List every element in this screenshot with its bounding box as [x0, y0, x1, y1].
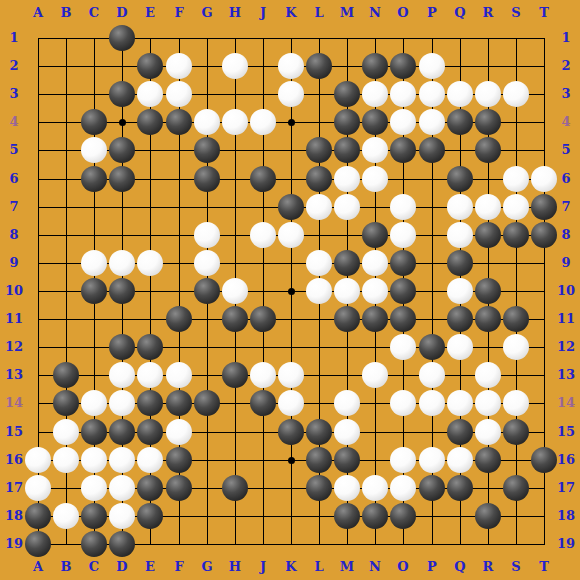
intersection-C15[interactable] [80, 418, 108, 446]
intersection-N9[interactable] [361, 249, 389, 277]
intersection-A2[interactable] [24, 52, 52, 80]
intersection-L6[interactable] [305, 165, 333, 193]
intersection-P15[interactable] [418, 418, 446, 446]
intersection-L2[interactable] [305, 52, 333, 80]
intersection-K4[interactable] [277, 108, 305, 136]
intersection-M18[interactable] [333, 502, 361, 530]
intersection-H11[interactable] [221, 305, 249, 333]
intersection-L19[interactable] [305, 530, 333, 558]
intersection-J18[interactable] [249, 502, 277, 530]
intersection-L8[interactable] [305, 221, 333, 249]
intersection-O14[interactable] [389, 389, 417, 417]
intersection-R7[interactable] [474, 193, 502, 221]
intersection-N1[interactable] [361, 24, 389, 52]
intersection-F15[interactable] [165, 418, 193, 446]
intersection-H8[interactable] [221, 221, 249, 249]
intersection-D5[interactable] [108, 136, 136, 164]
intersection-R4[interactable] [474, 108, 502, 136]
intersection-E11[interactable] [136, 305, 164, 333]
intersection-H12[interactable] [221, 333, 249, 361]
intersection-J7[interactable] [249, 193, 277, 221]
intersection-N12[interactable] [361, 333, 389, 361]
intersection-O4[interactable] [389, 108, 417, 136]
intersection-M9[interactable] [333, 249, 361, 277]
intersection-R13[interactable] [474, 361, 502, 389]
intersection-O13[interactable] [389, 361, 417, 389]
intersection-O8[interactable] [389, 221, 417, 249]
intersection-E7[interactable] [136, 193, 164, 221]
intersection-P9[interactable] [418, 249, 446, 277]
intersection-O1[interactable] [389, 24, 417, 52]
intersection-P3[interactable] [418, 80, 446, 108]
intersection-D4[interactable] [108, 108, 136, 136]
intersection-J2[interactable] [249, 52, 277, 80]
intersection-E12[interactable] [136, 333, 164, 361]
intersection-Q1[interactable] [446, 24, 474, 52]
intersection-B10[interactable] [52, 277, 80, 305]
intersection-P10[interactable] [418, 277, 446, 305]
intersection-G15[interactable] [193, 418, 221, 446]
intersection-G18[interactable] [193, 502, 221, 530]
intersection-H2[interactable] [221, 52, 249, 80]
intersection-R1[interactable] [474, 24, 502, 52]
intersection-F16[interactable] [165, 446, 193, 474]
intersection-F3[interactable] [165, 80, 193, 108]
intersection-O6[interactable] [389, 165, 417, 193]
intersection-F17[interactable] [165, 474, 193, 502]
intersection-L12[interactable] [305, 333, 333, 361]
intersection-Q3[interactable] [446, 80, 474, 108]
intersection-H16[interactable] [221, 446, 249, 474]
intersection-L7[interactable] [305, 193, 333, 221]
intersection-B14[interactable] [52, 389, 80, 417]
intersection-Q5[interactable] [446, 136, 474, 164]
intersection-S11[interactable] [502, 305, 530, 333]
intersection-M12[interactable] [333, 333, 361, 361]
intersection-A12[interactable] [24, 333, 52, 361]
intersection-D15[interactable] [108, 418, 136, 446]
intersection-C2[interactable] [80, 52, 108, 80]
intersection-G2[interactable] [193, 52, 221, 80]
intersection-A6[interactable] [24, 165, 52, 193]
intersection-P13[interactable] [418, 361, 446, 389]
intersection-O5[interactable] [389, 136, 417, 164]
intersection-B9[interactable] [52, 249, 80, 277]
intersection-E10[interactable] [136, 277, 164, 305]
intersection-S8[interactable] [502, 221, 530, 249]
intersection-A16[interactable] [24, 446, 52, 474]
intersection-O7[interactable] [389, 193, 417, 221]
intersection-E15[interactable] [136, 418, 164, 446]
intersection-Q17[interactable] [446, 474, 474, 502]
intersection-Q19[interactable] [446, 530, 474, 558]
intersection-O2[interactable] [389, 52, 417, 80]
intersection-C6[interactable] [80, 165, 108, 193]
intersection-S5[interactable] [502, 136, 530, 164]
intersection-F19[interactable] [165, 530, 193, 558]
intersection-F12[interactable] [165, 333, 193, 361]
intersection-K8[interactable] [277, 221, 305, 249]
intersection-C19[interactable] [80, 530, 108, 558]
intersection-G17[interactable] [193, 474, 221, 502]
intersection-H7[interactable] [221, 193, 249, 221]
intersection-D14[interactable] [108, 389, 136, 417]
intersection-R6[interactable] [474, 165, 502, 193]
intersection-C10[interactable] [80, 277, 108, 305]
intersection-N18[interactable] [361, 502, 389, 530]
intersection-S3[interactable] [502, 80, 530, 108]
intersection-A9[interactable] [24, 249, 52, 277]
intersection-O11[interactable] [389, 305, 417, 333]
intersection-J19[interactable] [249, 530, 277, 558]
intersection-P17[interactable] [418, 474, 446, 502]
intersection-N5[interactable] [361, 136, 389, 164]
intersection-K9[interactable] [277, 249, 305, 277]
intersection-A18[interactable] [24, 502, 52, 530]
intersection-Q10[interactable] [446, 277, 474, 305]
intersection-C4[interactable] [80, 108, 108, 136]
intersection-L9[interactable] [305, 249, 333, 277]
intersection-S6[interactable] [502, 165, 530, 193]
intersection-J14[interactable] [249, 389, 277, 417]
intersection-P12[interactable] [418, 333, 446, 361]
intersection-L15[interactable] [305, 418, 333, 446]
intersection-R19[interactable] [474, 530, 502, 558]
intersection-L17[interactable] [305, 474, 333, 502]
intersection-C17[interactable] [80, 474, 108, 502]
intersection-N15[interactable] [361, 418, 389, 446]
intersection-F4[interactable] [165, 108, 193, 136]
intersection-E5[interactable] [136, 136, 164, 164]
intersection-J9[interactable] [249, 249, 277, 277]
intersection-K17[interactable] [277, 474, 305, 502]
intersection-J13[interactable] [249, 361, 277, 389]
intersection-S12[interactable] [502, 333, 530, 361]
intersection-L10[interactable] [305, 277, 333, 305]
intersection-N6[interactable] [361, 165, 389, 193]
intersection-E1[interactable] [136, 24, 164, 52]
intersection-J6[interactable] [249, 165, 277, 193]
intersection-L16[interactable] [305, 446, 333, 474]
intersection-B4[interactable] [52, 108, 80, 136]
intersection-N7[interactable] [361, 193, 389, 221]
intersection-B18[interactable] [52, 502, 80, 530]
intersection-R9[interactable] [474, 249, 502, 277]
intersection-O16[interactable] [389, 446, 417, 474]
intersection-S14[interactable] [502, 389, 530, 417]
intersection-H13[interactable] [221, 361, 249, 389]
intersection-Q6[interactable] [446, 165, 474, 193]
intersection-E4[interactable] [136, 108, 164, 136]
intersection-C7[interactable] [80, 193, 108, 221]
intersection-L1[interactable] [305, 24, 333, 52]
intersection-R3[interactable] [474, 80, 502, 108]
intersection-G1[interactable] [193, 24, 221, 52]
intersection-R8[interactable] [474, 221, 502, 249]
intersection-D8[interactable] [108, 221, 136, 249]
intersection-J16[interactable] [249, 446, 277, 474]
intersection-E13[interactable] [136, 361, 164, 389]
intersection-Q16[interactable] [446, 446, 474, 474]
intersection-J8[interactable] [249, 221, 277, 249]
intersection-R16[interactable] [474, 446, 502, 474]
intersection-P6[interactable] [418, 165, 446, 193]
intersection-K13[interactable] [277, 361, 305, 389]
intersection-E14[interactable] [136, 389, 164, 417]
intersection-O18[interactable] [389, 502, 417, 530]
intersection-H3[interactable] [221, 80, 249, 108]
intersection-B17[interactable] [52, 474, 80, 502]
intersection-K18[interactable] [277, 502, 305, 530]
intersection-P5[interactable] [418, 136, 446, 164]
intersection-H5[interactable] [221, 136, 249, 164]
intersection-D11[interactable] [108, 305, 136, 333]
intersection-B6[interactable] [52, 165, 80, 193]
intersection-A1[interactable] [24, 24, 52, 52]
intersection-E16[interactable] [136, 446, 164, 474]
intersection-K11[interactable] [277, 305, 305, 333]
intersection-Q18[interactable] [446, 502, 474, 530]
intersection-Q8[interactable] [446, 221, 474, 249]
intersection-C3[interactable] [80, 80, 108, 108]
intersection-F11[interactable] [165, 305, 193, 333]
intersection-K16[interactable] [277, 446, 305, 474]
intersection-G8[interactable] [193, 221, 221, 249]
intersection-O9[interactable] [389, 249, 417, 277]
intersection-R11[interactable] [474, 305, 502, 333]
intersection-C8[interactable] [80, 221, 108, 249]
intersection-D3[interactable] [108, 80, 136, 108]
intersection-D10[interactable] [108, 277, 136, 305]
intersection-J12[interactable] [249, 333, 277, 361]
intersection-A11[interactable] [24, 305, 52, 333]
intersection-C13[interactable] [80, 361, 108, 389]
intersection-K10[interactable] [277, 277, 305, 305]
intersection-M3[interactable] [333, 80, 361, 108]
intersection-P2[interactable] [418, 52, 446, 80]
intersection-R10[interactable] [474, 277, 502, 305]
intersection-C5[interactable] [80, 136, 108, 164]
intersection-N11[interactable] [361, 305, 389, 333]
intersection-G11[interactable] [193, 305, 221, 333]
intersection-Q14[interactable] [446, 389, 474, 417]
intersection-K19[interactable] [277, 530, 305, 558]
intersection-S19[interactable] [502, 530, 530, 558]
intersection-Q7[interactable] [446, 193, 474, 221]
intersection-B16[interactable] [52, 446, 80, 474]
intersection-M13[interactable] [333, 361, 361, 389]
intersection-G6[interactable] [193, 165, 221, 193]
intersection-F10[interactable] [165, 277, 193, 305]
intersection-M7[interactable] [333, 193, 361, 221]
intersection-K6[interactable] [277, 165, 305, 193]
intersection-N4[interactable] [361, 108, 389, 136]
intersection-R15[interactable] [474, 418, 502, 446]
intersection-R18[interactable] [474, 502, 502, 530]
intersection-E17[interactable] [136, 474, 164, 502]
intersection-S2[interactable] [502, 52, 530, 80]
intersection-K5[interactable] [277, 136, 305, 164]
intersection-A7[interactable] [24, 193, 52, 221]
intersection-N14[interactable] [361, 389, 389, 417]
intersection-P14[interactable] [418, 389, 446, 417]
intersection-J17[interactable] [249, 474, 277, 502]
intersection-M4[interactable] [333, 108, 361, 136]
intersection-E6[interactable] [136, 165, 164, 193]
intersection-A13[interactable] [24, 361, 52, 389]
intersection-M10[interactable] [333, 277, 361, 305]
intersection-G19[interactable] [193, 530, 221, 558]
intersection-G12[interactable] [193, 333, 221, 361]
intersection-H6[interactable] [221, 165, 249, 193]
intersection-A19[interactable] [24, 530, 52, 558]
intersection-G13[interactable] [193, 361, 221, 389]
intersection-B1[interactable] [52, 24, 80, 52]
intersection-N16[interactable] [361, 446, 389, 474]
intersection-B2[interactable] [52, 52, 80, 80]
intersection-H1[interactable] [221, 24, 249, 52]
intersection-B3[interactable] [52, 80, 80, 108]
intersection-P4[interactable] [418, 108, 446, 136]
intersection-E19[interactable] [136, 530, 164, 558]
intersection-B7[interactable] [52, 193, 80, 221]
intersection-O15[interactable] [389, 418, 417, 446]
intersection-B15[interactable] [52, 418, 80, 446]
intersection-G14[interactable] [193, 389, 221, 417]
intersection-D6[interactable] [108, 165, 136, 193]
intersection-A5[interactable] [24, 136, 52, 164]
intersection-G3[interactable] [193, 80, 221, 108]
intersection-B13[interactable] [52, 361, 80, 389]
intersection-J15[interactable] [249, 418, 277, 446]
intersection-A8[interactable] [24, 221, 52, 249]
intersection-E9[interactable] [136, 249, 164, 277]
intersection-A14[interactable] [24, 389, 52, 417]
intersection-F14[interactable] [165, 389, 193, 417]
intersection-L18[interactable] [305, 502, 333, 530]
intersection-Q15[interactable] [446, 418, 474, 446]
intersection-O12[interactable] [389, 333, 417, 361]
intersection-D17[interactable] [108, 474, 136, 502]
intersection-N10[interactable] [361, 277, 389, 305]
intersection-K14[interactable] [277, 389, 305, 417]
intersection-J5[interactable] [249, 136, 277, 164]
intersection-L3[interactable] [305, 80, 333, 108]
intersection-N17[interactable] [361, 474, 389, 502]
intersection-K12[interactable] [277, 333, 305, 361]
intersection-D18[interactable] [108, 502, 136, 530]
intersection-E3[interactable] [136, 80, 164, 108]
intersection-L5[interactable] [305, 136, 333, 164]
intersection-F13[interactable] [165, 361, 193, 389]
intersection-M5[interactable] [333, 136, 361, 164]
intersection-B8[interactable] [52, 221, 80, 249]
intersection-L4[interactable] [305, 108, 333, 136]
intersection-S16[interactable] [502, 446, 530, 474]
intersection-S10[interactable] [502, 277, 530, 305]
intersection-A15[interactable] [24, 418, 52, 446]
intersection-L13[interactable] [305, 361, 333, 389]
intersection-C1[interactable] [80, 24, 108, 52]
intersection-H18[interactable] [221, 502, 249, 530]
intersection-Q2[interactable] [446, 52, 474, 80]
intersection-S4[interactable] [502, 108, 530, 136]
intersection-F9[interactable] [165, 249, 193, 277]
intersection-E8[interactable] [136, 221, 164, 249]
intersection-N8[interactable] [361, 221, 389, 249]
intersection-B12[interactable] [52, 333, 80, 361]
intersection-S15[interactable] [502, 418, 530, 446]
intersection-N2[interactable] [361, 52, 389, 80]
intersection-R14[interactable] [474, 389, 502, 417]
intersection-N3[interactable] [361, 80, 389, 108]
intersection-D2[interactable] [108, 52, 136, 80]
intersection-J10[interactable] [249, 277, 277, 305]
intersection-H17[interactable] [221, 474, 249, 502]
intersection-S7[interactable] [502, 193, 530, 221]
intersection-C18[interactable] [80, 502, 108, 530]
intersection-F7[interactable] [165, 193, 193, 221]
intersection-B19[interactable] [52, 530, 80, 558]
intersection-G5[interactable] [193, 136, 221, 164]
intersection-M16[interactable] [333, 446, 361, 474]
intersection-E2[interactable] [136, 52, 164, 80]
intersection-M2[interactable] [333, 52, 361, 80]
intersection-D1[interactable] [108, 24, 136, 52]
intersection-H9[interactable] [221, 249, 249, 277]
intersection-M14[interactable] [333, 389, 361, 417]
intersection-Q9[interactable] [446, 249, 474, 277]
intersection-K2[interactable] [277, 52, 305, 80]
intersection-R12[interactable] [474, 333, 502, 361]
intersection-F2[interactable] [165, 52, 193, 80]
intersection-R17[interactable] [474, 474, 502, 502]
intersection-D9[interactable] [108, 249, 136, 277]
intersection-P18[interactable] [418, 502, 446, 530]
intersection-K15[interactable] [277, 418, 305, 446]
intersection-E18[interactable] [136, 502, 164, 530]
intersection-K3[interactable] [277, 80, 305, 108]
intersection-M17[interactable] [333, 474, 361, 502]
intersection-Q4[interactable] [446, 108, 474, 136]
intersection-D16[interactable] [108, 446, 136, 474]
intersection-P19[interactable] [418, 530, 446, 558]
intersection-S17[interactable] [502, 474, 530, 502]
intersection-H19[interactable] [221, 530, 249, 558]
intersection-F8[interactable] [165, 221, 193, 249]
intersection-D12[interactable] [108, 333, 136, 361]
intersection-P1[interactable] [418, 24, 446, 52]
intersection-O19[interactable] [389, 530, 417, 558]
intersection-C9[interactable] [80, 249, 108, 277]
intersection-K1[interactable] [277, 24, 305, 52]
intersection-J4[interactable] [249, 108, 277, 136]
intersection-P16[interactable] [418, 446, 446, 474]
intersection-C16[interactable] [80, 446, 108, 474]
intersection-Q12[interactable] [446, 333, 474, 361]
intersection-S18[interactable] [502, 502, 530, 530]
intersection-O3[interactable] [389, 80, 417, 108]
intersection-F6[interactable] [165, 165, 193, 193]
intersection-S9[interactable] [502, 249, 530, 277]
intersection-F1[interactable] [165, 24, 193, 52]
intersection-B11[interactable] [52, 305, 80, 333]
intersection-C11[interactable] [80, 305, 108, 333]
intersection-O10[interactable] [389, 277, 417, 305]
intersection-G7[interactable] [193, 193, 221, 221]
intersection-L11[interactable] [305, 305, 333, 333]
intersection-D13[interactable] [108, 361, 136, 389]
